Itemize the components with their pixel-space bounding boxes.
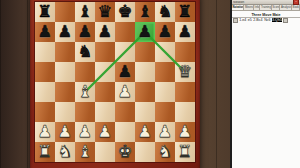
white-pawn-a2[interactable]: ♟ <box>35 122 55 142</box>
square-c1[interactable]: ♝ <box>75 142 95 162</box>
square-a3[interactable] <box>35 102 55 122</box>
white-bishop-c4[interactable]: ♝ <box>75 82 95 102</box>
chess-board: ♜♝♛♚♝♞♜♟♟♟♟♟♟♟♞♟♛♝♟♟♟♟♟♟♟♟♜♞♝♚♞♜ <box>35 2 195 162</box>
chess-board-frame: ♜♝♛♚♝♞♜♟♟♟♟♟♟♟♞♟♛♝♟♟♟♟♟♟♟♟♜♞♝♚♞♜ <box>30 0 200 168</box>
square-g8[interactable]: ♞ <box>155 2 175 22</box>
square-h5[interactable]: ♛ <box>175 62 195 82</box>
square-a4[interactable] <box>35 82 55 102</box>
square-e8[interactable]: ♚ <box>115 2 135 22</box>
white-pawn-b2[interactable]: ♟ <box>55 122 75 142</box>
square-a1[interactable]: ♜ <box>35 142 55 162</box>
square-e1[interactable]: ♚ <box>115 142 135 162</box>
white-knight-g1[interactable]: ♞ <box>155 142 175 162</box>
square-h3[interactable] <box>175 102 195 122</box>
black-pawn-b7[interactable]: ♟ <box>55 22 75 42</box>
square-g2[interactable]: ♟ <box>155 122 175 142</box>
square-c4[interactable]: ♝ <box>75 82 95 102</box>
white-king-e1[interactable]: ♚ <box>115 142 135 162</box>
square-b3[interactable] <box>55 102 75 122</box>
move-1-e4[interactable]: 1.e4 <box>239 18 247 22</box>
square-e7[interactable] <box>115 22 135 42</box>
tab-book[interactable]: Book <box>292 5 300 10</box>
square-b5[interactable] <box>55 62 75 82</box>
square-d3[interactable] <box>95 102 115 122</box>
black-pawn-h7[interactable]: ♟ <box>175 22 195 42</box>
game-icon <box>233 18 238 23</box>
white-rook-a1[interactable]: ♜ <box>35 142 55 162</box>
white-pawn-e4[interactable]: ♟ <box>115 82 135 102</box>
black-pawn-d7[interactable]: ♟ <box>95 22 115 42</box>
move-cursor-icon <box>283 18 288 23</box>
tab-score[interactable]: Score <box>272 5 281 10</box>
square-h1[interactable]: ♜ <box>175 142 195 162</box>
square-f6[interactable] <box>135 42 155 62</box>
black-bishop-c8[interactable]: ♝ <box>75 2 95 22</box>
square-f1[interactable] <box>135 142 155 162</box>
square-a6[interactable] <box>35 42 55 62</box>
white-knight-b1[interactable]: ♞ <box>55 142 75 162</box>
square-e2[interactable] <box>115 122 135 142</box>
square-c7[interactable]: ♟ <box>75 22 95 42</box>
white-pawn-f2[interactable]: ♟ <box>135 122 155 142</box>
square-d5[interactable] <box>95 62 115 82</box>
white-pawn-g2[interactable]: ♟ <box>155 122 175 142</box>
square-a5[interactable] <box>35 62 55 82</box>
square-f5[interactable] <box>135 62 155 82</box>
notation-panel: Notation x NotationMovesInfoTrainingScor… <box>230 0 300 168</box>
move-list: 1.e4e52.Bc4Nc63.Qh5 <box>232 17 300 23</box>
square-g3[interactable] <box>155 102 175 122</box>
panel-title: Notation <box>233 1 293 4</box>
white-pawn-c2[interactable]: ♟ <box>75 122 95 142</box>
white-pawn-d2[interactable]: ♟ <box>95 122 115 142</box>
square-d4[interactable] <box>95 82 115 102</box>
square-c3[interactable] <box>75 102 95 122</box>
square-c8[interactable]: ♝ <box>75 2 95 22</box>
square-d1[interactable] <box>95 142 115 162</box>
square-b6[interactable] <box>55 42 75 62</box>
square-c5[interactable] <box>75 62 95 82</box>
square-h6[interactable] <box>175 42 195 62</box>
square-f2[interactable]: ♟ <box>135 122 155 142</box>
square-h7[interactable]: ♟ <box>175 22 195 42</box>
square-e4[interactable]: ♟ <box>115 82 135 102</box>
square-e3[interactable] <box>115 102 135 122</box>
black-pawn-g7[interactable]: ♟ <box>155 22 175 42</box>
white-pawn-h2[interactable]: ♟ <box>175 122 195 142</box>
black-queen-d8[interactable]: ♛ <box>95 2 115 22</box>
black-king-e8[interactable]: ♚ <box>115 2 135 22</box>
chess-app-window: ♜♝♛♚♝♞♜♟♟♟♟♟♟♟♞♟♛♝♟♟♟♟♟♟♟♟♜♞♝♚♞♜ Notatio… <box>0 0 300 168</box>
square-f4[interactable] <box>135 82 155 102</box>
white-bishop-c1[interactable]: ♝ <box>75 142 95 162</box>
black-rook-h8[interactable]: ♜ <box>175 2 195 22</box>
square-a2[interactable]: ♟ <box>35 122 55 142</box>
black-knight-g8[interactable]: ♞ <box>155 2 175 22</box>
tab-analysis[interactable]: Analysis <box>280 5 292 10</box>
black-rook-a8[interactable]: ♜ <box>35 2 55 22</box>
square-c6[interactable]: ♞ <box>75 42 95 62</box>
square-g4[interactable] <box>155 82 175 102</box>
move-2-Bc4[interactable]: 2.Bc4 <box>253 18 263 22</box>
square-e6[interactable] <box>115 42 135 62</box>
square-g1[interactable]: ♞ <box>155 142 175 162</box>
square-g7[interactable]: ♟ <box>155 22 175 42</box>
black-knight-c6[interactable]: ♞ <box>75 42 95 62</box>
square-d8[interactable]: ♛ <box>95 2 115 22</box>
square-e5[interactable]: ♟ <box>115 62 135 82</box>
square-h4[interactable] <box>175 82 195 102</box>
square-b8[interactable] <box>55 2 75 22</box>
black-pawn-c7[interactable]: ♟ <box>75 22 95 42</box>
square-d7[interactable]: ♟ <box>95 22 115 42</box>
square-h2[interactable]: ♟ <box>175 122 195 142</box>
square-h8[interactable]: ♜ <box>175 2 195 22</box>
black-pawn-f7[interactable]: ♟ <box>135 22 155 42</box>
square-d6[interactable] <box>95 42 115 62</box>
tab-notation[interactable]: Notation <box>232 5 244 10</box>
black-pawn-e5[interactable]: ♟ <box>115 62 135 82</box>
move-Nc6[interactable]: Nc6 <box>264 18 271 22</box>
square-b7[interactable]: ♟ <box>55 22 75 42</box>
tab-training[interactable]: Training <box>260 5 271 10</box>
square-f3[interactable] <box>135 102 155 122</box>
square-b1[interactable]: ♞ <box>55 142 75 162</box>
square-f8[interactable]: ♝ <box>135 2 155 22</box>
square-a7[interactable]: ♟ <box>35 22 55 42</box>
square-g5[interactable] <box>155 62 175 82</box>
move-e5[interactable]: e5 <box>247 18 252 22</box>
black-bishop-f8[interactable]: ♝ <box>135 2 155 22</box>
white-rook-h1[interactable]: ♜ <box>175 142 195 162</box>
square-c2[interactable]: ♟ <box>75 122 95 142</box>
square-g6[interactable] <box>155 42 175 62</box>
square-d2[interactable]: ♟ <box>95 122 115 142</box>
tab-moves[interactable]: Moves <box>244 5 254 10</box>
square-f7[interactable]: ♟ <box>135 22 155 42</box>
square-b2[interactable]: ♟ <box>55 122 75 142</box>
move-3-Qh5[interactable]: 3.Qh5 <box>272 18 283 22</box>
square-b4[interactable] <box>55 82 75 102</box>
square-a8[interactable]: ♜ <box>35 2 55 22</box>
white-queen-h5[interactable]: ♛ <box>175 62 195 82</box>
black-pawn-a7[interactable]: ♟ <box>35 22 55 42</box>
